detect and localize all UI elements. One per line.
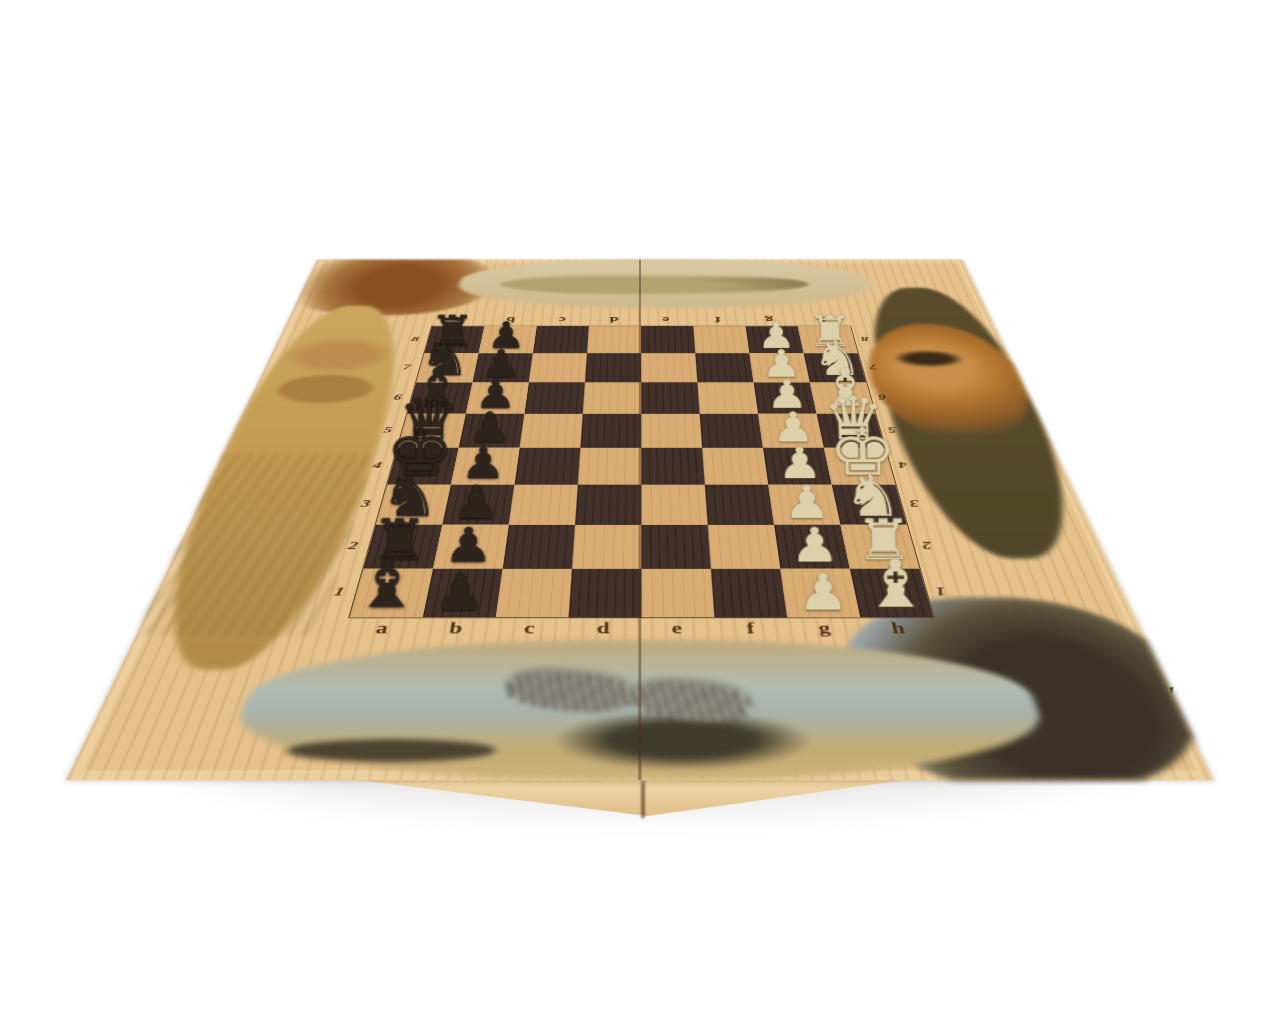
square-f2[interactable]	[708, 525, 781, 569]
file-label: e	[640, 314, 692, 326]
file-label: f	[713, 616, 789, 640]
square-h1[interactable]: ♝	[850, 569, 933, 617]
file-label: g	[786, 616, 864, 640]
black-pawn-b1[interactable]: ♟	[434, 569, 486, 617]
file-label: a	[342, 616, 422, 640]
square-d6[interactable]	[583, 382, 641, 413]
product-photo-scene: abcdefgh 87654321 ♜♟♟♜♞♟♟♞♝♟♟♝♛♟♟♛♚♟♟♚♞♟…	[0, 0, 1280, 1024]
square-f6[interactable]	[697, 382, 758, 413]
white-pawn-g2[interactable]: ♟	[790, 523, 840, 568]
square-g2[interactable]: ♟	[774, 525, 850, 569]
square-c3[interactable]	[509, 485, 578, 525]
file-label: b	[483, 314, 537, 326]
file-label: b	[416, 616, 494, 640]
zebra-figure	[631, 679, 750, 726]
file-label: c	[536, 314, 589, 326]
file-label: g	[743, 314, 797, 326]
zebra-figure	[502, 669, 636, 717]
savanna-artwork-top	[453, 260, 877, 308]
file-label: a	[431, 314, 486, 326]
square-e3[interactable]	[641, 485, 707, 525]
white-pawn-g1[interactable]: ♟	[797, 569, 849, 617]
black-bishop-a1[interactable]: ♝	[353, 554, 422, 617]
files-top: abcdefgh	[431, 314, 849, 326]
square-g1[interactable]: ♟	[780, 569, 860, 617]
square-c2[interactable]	[502, 525, 575, 569]
square-d2[interactable]	[572, 525, 641, 569]
file-label: e	[640, 616, 715, 640]
square-c6[interactable]	[524, 382, 585, 413]
file-label: h	[859, 616, 939, 640]
square-e6[interactable]	[641, 382, 700, 413]
white-bishop-h1[interactable]: ♝	[861, 554, 930, 617]
square-a1[interactable]: ♝	[350, 569, 433, 617]
square-e2[interactable]	[641, 525, 711, 569]
square-c1[interactable]	[496, 569, 572, 617]
chess-board-panel: abcdefgh 87654321 ♜♟♟♜♞♟♟♞♝♟♟♝♛♟♟♛♚♟♟♚♞♟…	[66, 260, 1214, 781]
file-label: d	[588, 314, 640, 326]
file-label: c	[491, 616, 567, 640]
board-grid[interactable]: ♜♟♟♜♞♟♟♞♝♟♟♝♛♟♟♛♚♟♟♚♞♟♟♞♜♟♟♜♝♟♟♝	[348, 326, 935, 619]
square-f7[interactable]	[695, 353, 753, 382]
square-f3[interactable]	[705, 485, 774, 525]
square-e1[interactable]	[641, 569, 714, 617]
square-e7[interactable]	[641, 353, 697, 382]
square-b1[interactable]: ♟	[423, 569, 503, 617]
file-label: h	[794, 314, 849, 326]
square-d1[interactable]	[569, 569, 642, 617]
file-label: f	[691, 314, 744, 326]
square-d7[interactable]	[585, 353, 641, 382]
square-f1[interactable]	[711, 569, 787, 617]
square-c7[interactable]	[529, 353, 587, 382]
square-b2[interactable]: ♟	[433, 525, 509, 569]
square-d3[interactable]	[575, 485, 641, 525]
file-label: d	[565, 616, 640, 640]
black-pawn-b2[interactable]: ♟	[443, 523, 493, 568]
